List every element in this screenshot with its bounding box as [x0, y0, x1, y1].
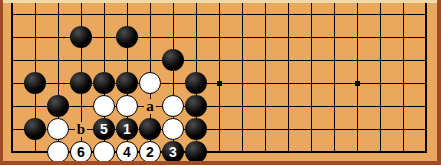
empty-point-A2	[1, 118, 24, 141]
empty-point-E7	[93, 3, 116, 26]
board-frame-left-shadow	[0, 0, 3, 165]
empty-point-A6	[1, 26, 24, 49]
star-point-Q4	[346, 72, 369, 95]
empty-point-B6	[24, 26, 47, 49]
empty-point-A4	[1, 72, 24, 95]
board-frame-bottom-shadow	[0, 161, 441, 165]
white-stone-G4	[139, 72, 162, 95]
empty-point-T6	[415, 26, 438, 49]
empty-point-D3	[70, 95, 93, 118]
empty-point-P2	[323, 118, 346, 141]
empty-point-K2	[208, 118, 231, 141]
black-stone-J3	[185, 95, 208, 118]
black-stone-B4	[24, 72, 47, 95]
empty-point-C6	[47, 26, 70, 49]
empty-point-N7	[277, 3, 300, 26]
point-label-text: a	[144, 99, 156, 114]
star-point-marker	[217, 81, 222, 86]
black-stone-move-3: 3	[162, 141, 184, 163]
white-stone	[47, 118, 69, 140]
empty-point-E6	[93, 26, 116, 49]
white-stone	[162, 95, 184, 117]
white-stone	[93, 141, 115, 163]
empty-point-O7	[300, 3, 323, 26]
empty-point-H4	[162, 72, 185, 95]
white-stone-E3	[93, 95, 116, 118]
empty-point-S5	[392, 49, 415, 72]
empty-point-Q6	[346, 26, 369, 49]
empty-point-M5	[254, 49, 277, 72]
black-stone	[116, 26, 138, 48]
empty-point-H7	[162, 3, 185, 26]
empty-point-J5	[185, 49, 208, 72]
black-stone	[185, 118, 207, 140]
black-stone	[185, 72, 207, 94]
empty-point-T7	[415, 3, 438, 26]
empty-point-D7	[70, 3, 93, 26]
empty-point-B3	[24, 95, 47, 118]
point-label-text: b	[75, 122, 87, 137]
black-stone-D6	[70, 26, 93, 49]
empty-point-T4	[415, 72, 438, 95]
empty-point-J7	[185, 3, 208, 26]
empty-point-R5	[369, 49, 392, 72]
empty-point-M6	[254, 26, 277, 49]
white-stone	[139, 72, 161, 94]
empty-point-R7	[369, 3, 392, 26]
black-stone	[185, 95, 207, 117]
empty-point-N5	[277, 49, 300, 72]
empty-point-N2	[277, 118, 300, 141]
black-stone	[70, 26, 92, 48]
empty-point-D5	[70, 49, 93, 72]
empty-point-G6	[139, 26, 162, 49]
point-label-b-D2: b	[70, 118, 93, 141]
empty-point-T3	[415, 95, 438, 118]
empty-point-K3	[208, 95, 231, 118]
empty-point-Q2	[346, 118, 369, 141]
board-frame-top-highlight	[3, 0, 437, 3]
empty-point-S6	[392, 26, 415, 49]
black-stone-F2: 1	[116, 118, 139, 141]
black-stone-C3	[47, 95, 70, 118]
empty-point-M3	[254, 95, 277, 118]
empty-point-R3	[369, 95, 392, 118]
white-stone-move-4: 4	[116, 141, 138, 163]
empty-point-A7	[1, 3, 24, 26]
empty-point-L4	[231, 72, 254, 95]
empty-point-K5	[208, 49, 231, 72]
empty-point-O3	[300, 95, 323, 118]
empty-point-L6	[231, 26, 254, 49]
black-stone-E2: 5	[93, 118, 116, 141]
empty-point-P4	[323, 72, 346, 95]
empty-point-R4	[369, 72, 392, 95]
empty-point-Q3	[346, 95, 369, 118]
black-stone	[139, 118, 161, 140]
empty-point-K7	[208, 3, 231, 26]
empty-point-E5	[93, 49, 116, 72]
empty-point-O4	[300, 72, 323, 95]
empty-point-T5	[415, 49, 438, 72]
go-board: ab516423	[0, 0, 441, 165]
white-stone-move-2: 2	[139, 141, 161, 163]
goban-grid: ab516423	[1, 3, 438, 164]
empty-point-R6	[369, 26, 392, 49]
empty-point-O5	[300, 49, 323, 72]
empty-point-G5	[139, 49, 162, 72]
empty-point-M2	[254, 118, 277, 141]
black-stone	[47, 95, 69, 117]
empty-point-M4	[254, 72, 277, 95]
empty-point-L7	[231, 3, 254, 26]
empty-point-C4	[47, 72, 70, 95]
empty-point-H6	[162, 26, 185, 49]
white-stone-H2	[162, 118, 185, 141]
empty-point-A5	[1, 49, 24, 72]
empty-point-F5	[116, 49, 139, 72]
black-stone-D4	[70, 72, 93, 95]
white-stone-move-6: 6	[70, 141, 92, 163]
white-stone-C2	[47, 118, 70, 141]
black-stone	[93, 72, 115, 94]
black-stone-H5	[162, 49, 185, 72]
empty-point-O2	[300, 118, 323, 141]
empty-point-P3	[323, 95, 346, 118]
white-stone	[116, 95, 138, 117]
empty-point-L5	[231, 49, 254, 72]
empty-point-L2	[231, 118, 254, 141]
board-frame-right-shadow	[437, 0, 441, 165]
black-stone-B2	[24, 118, 47, 141]
empty-point-B5	[24, 49, 47, 72]
empty-point-T2	[415, 118, 438, 141]
black-stone-G2	[139, 118, 162, 141]
white-stone	[47, 141, 69, 163]
empty-point-C7	[47, 3, 70, 26]
black-stone	[24, 118, 46, 140]
empty-point-N3	[277, 95, 300, 118]
empty-point-P7	[323, 3, 346, 26]
black-stone-E4	[93, 72, 116, 95]
empty-point-F7	[116, 3, 139, 26]
empty-point-P6	[323, 26, 346, 49]
black-stone	[24, 72, 46, 94]
empty-point-L3	[231, 95, 254, 118]
empty-point-A3	[1, 95, 24, 118]
empty-point-S3	[392, 95, 415, 118]
black-stone-J4	[185, 72, 208, 95]
empty-point-C5	[47, 49, 70, 72]
point-label-a-G3: a	[139, 95, 162, 118]
empty-point-S2	[392, 118, 415, 141]
empty-point-J6	[185, 26, 208, 49]
empty-point-N4	[277, 72, 300, 95]
black-stone	[116, 72, 138, 94]
white-stone	[162, 118, 184, 140]
empty-point-B7	[24, 3, 47, 26]
empty-point-S4	[392, 72, 415, 95]
black-stone-J2	[185, 118, 208, 141]
empty-point-Q5	[346, 49, 369, 72]
empty-point-G7	[139, 3, 162, 26]
white-stone-F3	[116, 95, 139, 118]
empty-point-Q7	[346, 3, 369, 26]
black-stone	[185, 141, 207, 163]
empty-point-R2	[369, 118, 392, 141]
white-stone-H3	[162, 95, 185, 118]
empty-point-S7	[392, 3, 415, 26]
star-point-marker	[355, 81, 360, 86]
black-stone-move-1: 1	[116, 118, 138, 140]
black-stone-move-5: 5	[93, 118, 115, 140]
empty-point-O6	[300, 26, 323, 49]
white-stone	[93, 95, 115, 117]
empty-point-P5	[323, 49, 346, 72]
empty-point-M7	[254, 3, 277, 26]
empty-point-N6	[277, 26, 300, 49]
black-stone	[70, 72, 92, 94]
black-stone-F6	[116, 26, 139, 49]
black-stone	[162, 49, 184, 71]
star-point-K4	[208, 72, 231, 95]
black-stone-F4	[116, 72, 139, 95]
empty-point-K6	[208, 26, 231, 49]
